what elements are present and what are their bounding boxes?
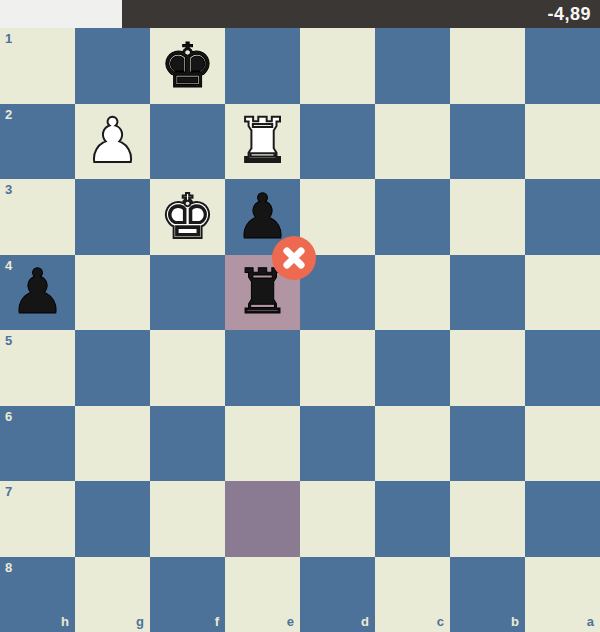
square-d2[interactable] <box>300 104 375 180</box>
evaluation-score: -4,89 <box>547 4 591 25</box>
file-label-b: b <box>511 614 519 629</box>
square-a5[interactable] <box>525 330 600 406</box>
square-e5[interactable] <box>225 330 300 406</box>
square-f5[interactable] <box>150 330 225 406</box>
square-h1[interactable]: 1 <box>0 28 75 104</box>
file-label-a: a <box>587 614 594 629</box>
square-e7[interactable] <box>225 481 300 557</box>
square-d7[interactable] <box>300 481 375 557</box>
square-a8[interactable]: a <box>525 557 600 632</box>
square-e8[interactable]: e <box>225 557 300 632</box>
eval-bar-black-segment: -4,89 <box>122 0 600 28</box>
file-label-c: c <box>437 614 444 629</box>
square-c8[interactable]: c <box>375 557 450 632</box>
rank-label-2: 2 <box>5 107 12 122</box>
file-label-e: e <box>287 614 294 629</box>
square-f2[interactable] <box>150 104 225 180</box>
square-c1[interactable] <box>375 28 450 104</box>
square-g1[interactable] <box>75 28 150 104</box>
square-h6[interactable]: 6 <box>0 406 75 482</box>
square-c5[interactable] <box>375 330 450 406</box>
square-h7[interactable]: 7 <box>0 481 75 557</box>
square-f4[interactable] <box>150 255 225 331</box>
square-c7[interactable] <box>375 481 450 557</box>
square-g6[interactable] <box>75 406 150 482</box>
square-f1[interactable]: ♚ <box>150 28 225 104</box>
piece-white-pawn[interactable]: ♟ <box>85 110 141 172</box>
square-a6[interactable] <box>525 406 600 482</box>
square-g2[interactable]: ♟ <box>75 104 150 180</box>
square-d8[interactable]: d <box>300 557 375 632</box>
square-b4[interactable] <box>450 255 525 331</box>
square-d6[interactable] <box>300 406 375 482</box>
square-e6[interactable] <box>225 406 300 482</box>
piece-black-king[interactable]: ♚ <box>160 35 216 97</box>
square-c3[interactable] <box>375 179 450 255</box>
square-b7[interactable] <box>450 481 525 557</box>
square-b3[interactable] <box>450 179 525 255</box>
eval-bar-white-segment <box>0 0 122 28</box>
rank-label-1: 1 <box>5 31 12 46</box>
square-f3[interactable]: ♚ <box>150 179 225 255</box>
square-c6[interactable] <box>375 406 450 482</box>
square-f8[interactable]: f <box>150 557 225 632</box>
square-a7[interactable] <box>525 481 600 557</box>
square-b8[interactable]: b <box>450 557 525 632</box>
chess-board: 1♚2♟♜3♚♟4♟♜5678hgfedcba <box>0 28 600 632</box>
piece-black-pawn[interactable]: ♟ <box>10 261 66 323</box>
square-g3[interactable] <box>75 179 150 255</box>
file-label-h: h <box>61 614 69 629</box>
square-h3[interactable]: 3 <box>0 179 75 255</box>
piece-white-rook[interactable]: ♜ <box>235 110 291 172</box>
square-b2[interactable] <box>450 104 525 180</box>
square-b6[interactable] <box>450 406 525 482</box>
square-g7[interactable] <box>75 481 150 557</box>
square-f6[interactable] <box>150 406 225 482</box>
square-h5[interactable]: 5 <box>0 330 75 406</box>
square-d1[interactable] <box>300 28 375 104</box>
rank-label-6: 6 <box>5 409 12 424</box>
square-e1[interactable] <box>225 28 300 104</box>
incorrect-move-icon <box>272 236 316 280</box>
square-h8[interactable]: 8h <box>0 557 75 632</box>
evaluation-bar: -4,89 <box>0 0 600 28</box>
square-e2[interactable]: ♜ <box>225 104 300 180</box>
square-g5[interactable] <box>75 330 150 406</box>
rank-label-8: 8 <box>5 560 12 575</box>
square-a2[interactable] <box>525 104 600 180</box>
rank-label-3: 3 <box>5 182 12 197</box>
square-a4[interactable] <box>525 255 600 331</box>
square-c2[interactable] <box>375 104 450 180</box>
square-f7[interactable] <box>150 481 225 557</box>
square-h4[interactable]: 4♟ <box>0 255 75 331</box>
file-label-d: d <box>361 614 369 629</box>
square-d3[interactable] <box>300 179 375 255</box>
square-g4[interactable] <box>75 255 150 331</box>
file-label-g: g <box>136 614 144 629</box>
square-b1[interactable] <box>450 28 525 104</box>
square-a3[interactable] <box>525 179 600 255</box>
file-label-f: f <box>215 614 219 629</box>
square-g8[interactable]: g <box>75 557 150 632</box>
square-c4[interactable] <box>375 255 450 331</box>
square-d5[interactable] <box>300 330 375 406</box>
square-b5[interactable] <box>450 330 525 406</box>
rank-label-5: 5 <box>5 333 12 348</box>
piece-white-king[interactable]: ♚ <box>160 186 216 248</box>
square-e4[interactable]: ♜ <box>225 255 300 331</box>
square-h2[interactable]: 2 <box>0 104 75 180</box>
rank-label-7: 7 <box>5 484 12 499</box>
square-a1[interactable] <box>525 28 600 104</box>
